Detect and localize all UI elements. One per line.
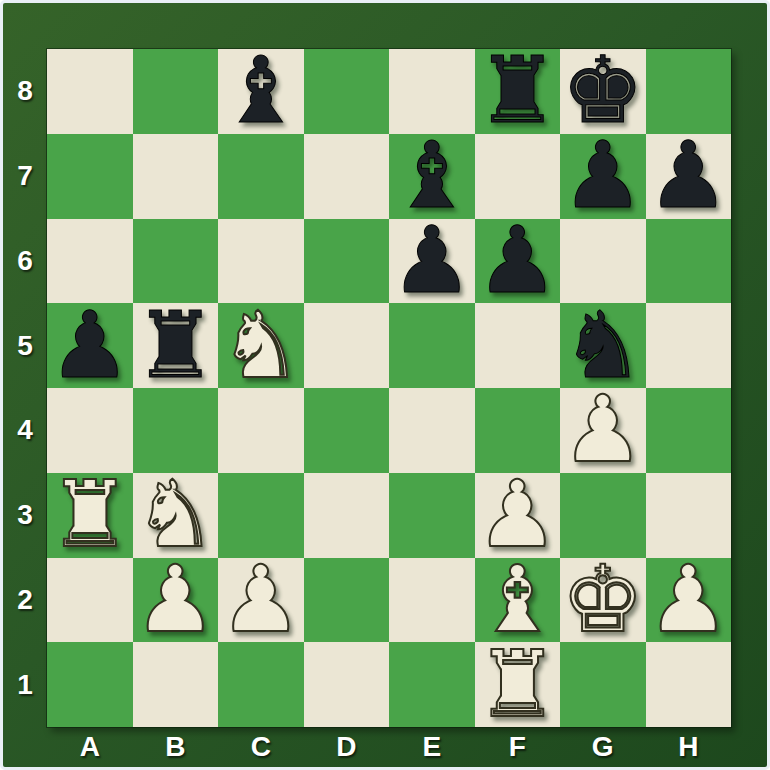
white-pawn-b2[interactable]: ♟ (134, 558, 216, 642)
file-labels: ABCDEFGH (47, 727, 731, 767)
square-c3[interactable] (218, 473, 304, 558)
square-b5[interactable]: ♜ (133, 303, 219, 388)
square-e7[interactable]: ♝ (389, 134, 475, 219)
rank-label-2: 2 (3, 558, 47, 643)
square-d8[interactable] (304, 49, 390, 134)
square-h1[interactable] (646, 642, 732, 727)
square-c4[interactable] (218, 388, 304, 473)
square-b6[interactable] (133, 219, 219, 304)
square-f4[interactable] (475, 388, 561, 473)
rank-labels: 87654321 (3, 49, 47, 727)
white-pawn-f3[interactable]: ♟ (476, 473, 558, 557)
white-knight-b3[interactable]: ♞ (134, 473, 216, 557)
black-rook-f8[interactable]: ♜ (476, 49, 558, 133)
white-knight-c5[interactable]: ♞ (220, 304, 302, 388)
square-d5[interactable] (304, 303, 390, 388)
rank-label-6: 6 (3, 219, 47, 304)
black-bishop-e7[interactable]: ♝ (391, 134, 473, 218)
square-g4[interactable]: ♟ (560, 388, 646, 473)
rank-label-8: 8 (3, 49, 47, 134)
chess-board-frame: 87654321 ♝♜♚♝♟♟♟♟♟♜♞♞♟♜♞♟♟♟♝♚♟♜ ABCDEFGH (0, 0, 770, 770)
rank-label-4: 4 (3, 388, 47, 473)
rank-label-1: 1 (3, 642, 47, 727)
square-c7[interactable] (218, 134, 304, 219)
square-d6[interactable] (304, 219, 390, 304)
square-c1[interactable] (218, 642, 304, 727)
square-h7[interactable]: ♟ (646, 134, 732, 219)
square-f2[interactable]: ♝ (475, 558, 561, 643)
square-a1[interactable] (47, 642, 133, 727)
square-h3[interactable] (646, 473, 732, 558)
square-e1[interactable] (389, 642, 475, 727)
chess-board[interactable]: ♝♜♚♝♟♟♟♟♟♜♞♞♟♜♞♟♟♟♝♚♟♜ (47, 49, 731, 727)
black-pawn-f6[interactable]: ♟ (476, 219, 558, 303)
white-pawn-g4[interactable]: ♟ (562, 388, 644, 472)
square-a2[interactable] (47, 558, 133, 643)
white-pawn-c2[interactable]: ♟ (220, 558, 302, 642)
square-b8[interactable] (133, 49, 219, 134)
square-f7[interactable] (475, 134, 561, 219)
square-b7[interactable] (133, 134, 219, 219)
file-label-g: G (560, 727, 646, 767)
file-label-d: D (304, 727, 390, 767)
square-a5[interactable]: ♟ (47, 303, 133, 388)
rank-label-3: 3 (3, 473, 47, 558)
square-f1[interactable]: ♜ (475, 642, 561, 727)
square-g7[interactable]: ♟ (560, 134, 646, 219)
square-a8[interactable] (47, 49, 133, 134)
square-b1[interactable] (133, 642, 219, 727)
file-label-e: E (389, 727, 475, 767)
black-pawn-e6[interactable]: ♟ (391, 219, 473, 303)
square-g6[interactable] (560, 219, 646, 304)
file-label-c: C (218, 727, 304, 767)
rank-label-5: 5 (3, 303, 47, 388)
square-b2[interactable]: ♟ (133, 558, 219, 643)
square-e3[interactable] (389, 473, 475, 558)
square-g3[interactable] (560, 473, 646, 558)
square-g1[interactable] (560, 642, 646, 727)
black-rook-b5[interactable]: ♜ (134, 304, 216, 388)
black-pawn-g7[interactable]: ♟ (562, 134, 644, 218)
square-e4[interactable] (389, 388, 475, 473)
square-e5[interactable] (389, 303, 475, 388)
square-c8[interactable]: ♝ (218, 49, 304, 134)
white-rook-a3[interactable]: ♜ (49, 473, 131, 557)
square-f3[interactable]: ♟ (475, 473, 561, 558)
square-g2[interactable]: ♚ (560, 558, 646, 643)
square-e2[interactable] (389, 558, 475, 643)
black-pawn-a5[interactable]: ♟ (49, 304, 131, 388)
square-e6[interactable]: ♟ (389, 219, 475, 304)
square-d3[interactable] (304, 473, 390, 558)
black-knight-g5[interactable]: ♞ (562, 304, 644, 388)
square-h6[interactable] (646, 219, 732, 304)
square-a7[interactable] (47, 134, 133, 219)
white-bishop-f2[interactable]: ♝ (476, 558, 558, 642)
square-b3[interactable]: ♞ (133, 473, 219, 558)
square-d1[interactable] (304, 642, 390, 727)
square-g5[interactable]: ♞ (560, 303, 646, 388)
square-b4[interactable] (133, 388, 219, 473)
square-h4[interactable] (646, 388, 732, 473)
square-d7[interactable] (304, 134, 390, 219)
square-a3[interactable]: ♜ (47, 473, 133, 558)
rank-label-7: 7 (3, 134, 47, 219)
black-king-g8[interactable]: ♚ (562, 49, 644, 133)
square-h8[interactable] (646, 49, 732, 134)
white-king-g2[interactable]: ♚ (562, 558, 644, 642)
square-c2[interactable]: ♟ (218, 558, 304, 643)
file-label-h: H (646, 727, 732, 767)
square-e8[interactable] (389, 49, 475, 134)
square-d4[interactable] (304, 388, 390, 473)
square-a6[interactable] (47, 219, 133, 304)
file-label-a: A (47, 727, 133, 767)
file-label-f: F (475, 727, 561, 767)
square-c5[interactable]: ♞ (218, 303, 304, 388)
square-c6[interactable] (218, 219, 304, 304)
white-rook-f1[interactable]: ♜ (476, 643, 558, 727)
square-f6[interactable]: ♟ (475, 219, 561, 304)
square-a4[interactable] (47, 388, 133, 473)
square-f5[interactable] (475, 303, 561, 388)
square-g8[interactable]: ♚ (560, 49, 646, 134)
file-label-b: B (133, 727, 219, 767)
black-pawn-h7[interactable]: ♟ (647, 134, 729, 218)
square-h2[interactable]: ♟ (646, 558, 732, 643)
white-pawn-h2[interactable]: ♟ (647, 558, 729, 642)
square-f8[interactable]: ♜ (475, 49, 561, 134)
square-h5[interactable] (646, 303, 732, 388)
black-bishop-c8[interactable]: ♝ (220, 49, 302, 133)
square-d2[interactable] (304, 558, 390, 643)
